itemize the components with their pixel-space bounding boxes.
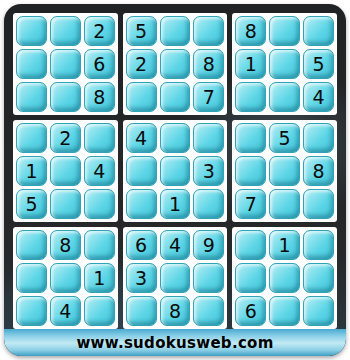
cell-r7c1[interactable] [16, 230, 47, 260]
cell-r5c2[interactable] [50, 156, 81, 186]
sudoku-box-7: 814 [13, 227, 118, 329]
sudoku-box-4: 2145 [13, 120, 118, 222]
cell-r3c7[interactable] [235, 82, 266, 112]
cell-r8c6[interactable] [193, 263, 224, 293]
cell-r3c6[interactable]: 7 [193, 82, 224, 112]
sudoku-box-3: 8154 [232, 13, 337, 115]
cell-r2c4[interactable]: 2 [126, 49, 157, 79]
cell-r4c8[interactable]: 5 [269, 123, 300, 153]
cell-r3c5[interactable] [160, 82, 191, 112]
sudoku-box-5: 431 [123, 120, 228, 222]
cell-r4c2[interactable]: 2 [50, 123, 81, 153]
cell-r6c1[interactable]: 5 [16, 189, 47, 219]
cell-r6c7[interactable]: 7 [235, 189, 266, 219]
cell-r5c3[interactable]: 4 [84, 156, 115, 186]
cell-r7c3[interactable] [84, 230, 115, 260]
cell-r4c4[interactable]: 4 [126, 123, 157, 153]
cell-r8c1[interactable] [16, 263, 47, 293]
sudoku-board: 2685287815421454315878146493816 www.sudo… [4, 4, 346, 356]
cell-r9c4[interactable] [126, 296, 157, 326]
cell-r2c3[interactable]: 6 [84, 49, 115, 79]
sudoku-box-1: 268 [13, 13, 118, 115]
cell-r7c2[interactable]: 8 [50, 230, 81, 260]
cell-r4c7[interactable] [235, 123, 266, 153]
cell-r2c5[interactable] [160, 49, 191, 79]
cell-r2c6[interactable]: 8 [193, 49, 224, 79]
cell-r6c5[interactable]: 1 [160, 189, 191, 219]
cell-r7c9[interactable] [303, 230, 334, 260]
cell-r9c6[interactable] [193, 296, 224, 326]
cell-r4c3[interactable] [84, 123, 115, 153]
cell-r1c1[interactable] [16, 16, 47, 46]
cell-r6c9[interactable] [303, 189, 334, 219]
cell-r8c2[interactable] [50, 263, 81, 293]
cell-r5c6[interactable]: 3 [193, 156, 224, 186]
cell-r9c8[interactable] [269, 296, 300, 326]
cell-r1c7[interactable]: 8 [235, 16, 266, 46]
cell-r8c5[interactable] [160, 263, 191, 293]
cell-r4c9[interactable] [303, 123, 334, 153]
cell-r8c3[interactable]: 1 [84, 263, 115, 293]
cell-r1c6[interactable] [193, 16, 224, 46]
cell-r1c5[interactable] [160, 16, 191, 46]
cell-r7c8[interactable]: 1 [269, 230, 300, 260]
sudoku-box-2: 5287 [123, 13, 228, 115]
sudoku-box-8: 64938 [123, 227, 228, 329]
cell-r1c9[interactable] [303, 16, 334, 46]
cell-r8c4[interactable]: 3 [126, 263, 157, 293]
cell-r9c9[interactable] [303, 296, 334, 326]
cell-r5c9[interactable]: 8 [303, 156, 334, 186]
cell-r3c3[interactable]: 8 [84, 82, 115, 112]
cell-r9c1[interactable] [16, 296, 47, 326]
cell-r6c8[interactable] [269, 189, 300, 219]
cell-r8c9[interactable] [303, 263, 334, 293]
page: 2685287815421454315878146493816 www.sudo… [0, 0, 350, 360]
footer-band: www.sudokusweb.com [4, 329, 346, 356]
cell-r2c1[interactable] [16, 49, 47, 79]
cell-r1c3[interactable]: 2 [84, 16, 115, 46]
cell-r5c7[interactable] [235, 156, 266, 186]
cell-r2c2[interactable] [50, 49, 81, 79]
cell-r4c1[interactable] [16, 123, 47, 153]
cell-r2c7[interactable]: 1 [235, 49, 266, 79]
cell-r7c6[interactable]: 9 [193, 230, 224, 260]
cell-r9c2[interactable]: 4 [50, 296, 81, 326]
cell-r5c4[interactable] [126, 156, 157, 186]
cell-r8c8[interactable] [269, 263, 300, 293]
cell-r7c7[interactable] [235, 230, 266, 260]
cell-r3c9[interactable]: 4 [303, 82, 334, 112]
cell-r1c2[interactable] [50, 16, 81, 46]
cell-r5c1[interactable]: 1 [16, 156, 47, 186]
cell-r1c8[interactable] [269, 16, 300, 46]
sudoku-box-6: 587 [232, 120, 337, 222]
cell-r3c8[interactable] [269, 82, 300, 112]
cell-r9c5[interactable]: 8 [160, 296, 191, 326]
cell-r7c5[interactable]: 4 [160, 230, 191, 260]
cell-r4c5[interactable] [160, 123, 191, 153]
cell-r5c8[interactable] [269, 156, 300, 186]
cell-r6c4[interactable] [126, 189, 157, 219]
cell-r6c6[interactable] [193, 189, 224, 219]
cell-r5c5[interactable] [160, 156, 191, 186]
cell-r6c3[interactable] [84, 189, 115, 219]
cell-r9c7[interactable]: 6 [235, 296, 266, 326]
cell-r3c4[interactable] [126, 82, 157, 112]
cell-r1c4[interactable]: 5 [126, 16, 157, 46]
cell-r4c6[interactable] [193, 123, 224, 153]
cell-r3c1[interactable] [16, 82, 47, 112]
cell-r9c3[interactable] [84, 296, 115, 326]
cell-r3c2[interactable] [50, 82, 81, 112]
sudoku-grid: 2685287815421454315878146493816 [13, 13, 337, 329]
cell-r7c4[interactable]: 6 [126, 230, 157, 260]
cell-r8c7[interactable] [235, 263, 266, 293]
cell-r2c8[interactable] [269, 49, 300, 79]
cell-r6c2[interactable] [50, 189, 81, 219]
cell-r2c9[interactable]: 5 [303, 49, 334, 79]
website-url-link[interactable]: www.sudokusweb.com [76, 334, 273, 352]
sudoku-box-9: 16 [232, 227, 337, 329]
